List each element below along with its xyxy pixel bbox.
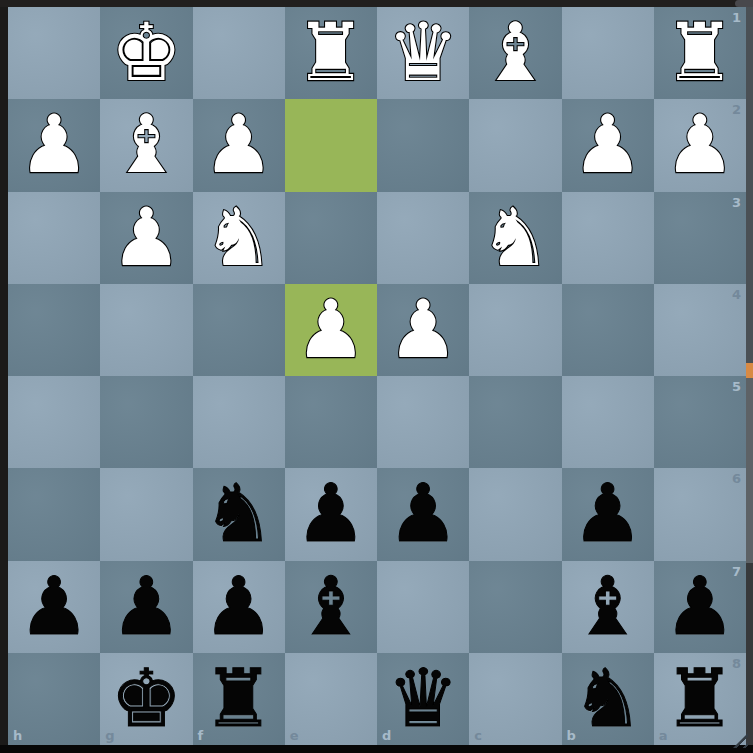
square-e5[interactable] xyxy=(285,376,377,468)
black-pawn-h7-piece[interactable]: ♟ xyxy=(18,561,90,653)
square-e3[interactable] xyxy=(285,192,377,284)
square-c7[interactable] xyxy=(469,561,561,653)
square-d6[interactable]: ♟ xyxy=(377,468,469,560)
square-g8[interactable]: ♚g xyxy=(100,653,192,745)
square-c2[interactable] xyxy=(469,99,561,191)
square-e2[interactable] xyxy=(285,99,377,191)
square-g2[interactable]: ♝ xyxy=(100,99,192,191)
file-label-c: c xyxy=(474,728,482,743)
square-d8[interactable]: ♛d xyxy=(377,653,469,745)
square-c1[interactable]: ♝ xyxy=(469,7,561,99)
square-f7[interactable]: ♟ xyxy=(193,561,285,653)
black-pawn-a7-piece[interactable]: ♟ xyxy=(664,561,736,653)
scrollbar-thumb[interactable] xyxy=(746,378,753,563)
white-queen-d1-piece[interactable]: ♛ xyxy=(387,7,459,99)
white-rook-a1-piece[interactable]: ♜ xyxy=(664,7,736,99)
black-knight-b8-piece[interactable]: ♞ xyxy=(572,653,644,745)
square-f5[interactable] xyxy=(193,376,285,468)
white-bishop-g2-piece[interactable]: ♝ xyxy=(111,99,183,191)
window-bottom-bar xyxy=(0,745,753,753)
square-b5[interactable] xyxy=(562,376,654,468)
square-a3[interactable]: 3 xyxy=(654,192,746,284)
rank-label-5: 5 xyxy=(732,379,741,394)
square-h1[interactable] xyxy=(8,7,100,99)
scrollbar-track-upper xyxy=(746,7,753,363)
square-g4[interactable] xyxy=(100,284,192,376)
white-pawn-a2-piece[interactable]: ♟ xyxy=(664,99,736,191)
square-h5[interactable] xyxy=(8,376,100,468)
window-left-border xyxy=(0,7,8,745)
black-pawn-e6-piece[interactable]: ♟ xyxy=(295,468,367,560)
file-label-h: h xyxy=(13,728,22,743)
white-king-g1-piece[interactable]: ♚ xyxy=(111,7,183,99)
black-king-g8-piece[interactable]: ♚ xyxy=(111,653,183,745)
square-d2[interactable] xyxy=(377,99,469,191)
square-b3[interactable] xyxy=(562,192,654,284)
square-g5[interactable] xyxy=(100,376,192,468)
white-pawn-f2-piece[interactable]: ♟ xyxy=(203,99,275,191)
black-pawn-d6-piece[interactable]: ♟ xyxy=(387,468,459,560)
square-h4[interactable] xyxy=(8,284,100,376)
square-g7[interactable]: ♟ xyxy=(100,561,192,653)
black-bishop-e7-piece[interactable]: ♝ xyxy=(295,561,367,653)
black-pawn-b6-piece[interactable]: ♟ xyxy=(572,468,644,560)
black-rook-f8-piece[interactable]: ♜ xyxy=(203,653,275,745)
square-f1[interactable] xyxy=(193,7,285,99)
square-a5[interactable]: 5 xyxy=(654,376,746,468)
black-rook-a8-piece[interactable]: ♜ xyxy=(664,653,736,745)
square-a2[interactable]: ♟2 xyxy=(654,99,746,191)
square-h7[interactable]: ♟ xyxy=(8,561,100,653)
square-b7[interactable]: ♝ xyxy=(562,561,654,653)
black-knight-f6-piece[interactable]: ♞ xyxy=(203,468,275,560)
white-pawn-h2-piece[interactable]: ♟ xyxy=(18,99,90,191)
square-e1[interactable]: ♜ xyxy=(285,7,377,99)
square-g6[interactable] xyxy=(100,468,192,560)
scrollbar-track[interactable] xyxy=(746,7,753,745)
rank-label-4: 4 xyxy=(732,287,741,302)
square-c5[interactable] xyxy=(469,376,561,468)
square-b6[interactable]: ♟ xyxy=(562,468,654,560)
square-b8[interactable]: ♞b xyxy=(562,653,654,745)
square-h8[interactable]: h xyxy=(8,653,100,745)
square-a8[interactable]: ♜a8 xyxy=(654,653,746,745)
square-d4[interactable]: ♟ xyxy=(377,284,469,376)
white-knight-c3-piece[interactable]: ♞ xyxy=(480,192,552,284)
white-pawn-b2-piece[interactable]: ♟ xyxy=(572,99,644,191)
square-g1[interactable]: ♚ xyxy=(100,7,192,99)
black-queen-d8-piece[interactable]: ♛ xyxy=(387,653,459,745)
square-a4[interactable]: 4 xyxy=(654,284,746,376)
square-h3[interactable] xyxy=(8,192,100,284)
white-rook-e1-piece[interactable]: ♜ xyxy=(295,7,367,99)
square-d7[interactable] xyxy=(377,561,469,653)
square-e7[interactable]: ♝ xyxy=(285,561,377,653)
square-f8[interactable]: ♜f xyxy=(193,653,285,745)
square-e4[interactable]: ♟ xyxy=(285,284,377,376)
square-a6[interactable]: 6 xyxy=(654,468,746,560)
square-d3[interactable] xyxy=(377,192,469,284)
white-pawn-e4-piece[interactable]: ♟ xyxy=(295,284,367,376)
square-c4[interactable] xyxy=(469,284,561,376)
square-b2[interactable]: ♟ xyxy=(562,99,654,191)
white-bishop-c1-piece[interactable]: ♝ xyxy=(480,7,552,99)
square-h2[interactable]: ♟ xyxy=(8,99,100,191)
square-d1[interactable]: ♛ xyxy=(377,7,469,99)
white-pawn-g3-piece[interactable]: ♟ xyxy=(111,192,183,284)
white-pawn-d4-piece[interactable]: ♟ xyxy=(387,284,459,376)
square-f3[interactable]: ♞ xyxy=(193,192,285,284)
rank-label-3: 3 xyxy=(732,195,741,210)
square-b4[interactable] xyxy=(562,284,654,376)
window-top-bar xyxy=(0,0,753,7)
square-d5[interactable] xyxy=(377,376,469,468)
black-bishop-b7-piece[interactable]: ♝ xyxy=(572,561,644,653)
square-c8[interactable]: c xyxy=(469,653,561,745)
square-f2[interactable]: ♟ xyxy=(193,99,285,191)
square-c6[interactable] xyxy=(469,468,561,560)
scrollbar-orange-marker[interactable] xyxy=(746,363,753,378)
scrollbar-track-lower xyxy=(746,563,753,745)
file-label-e: e xyxy=(290,728,299,743)
square-a1[interactable]: ♜1 xyxy=(654,7,746,99)
square-g3[interactable]: ♟ xyxy=(100,192,192,284)
square-e8[interactable]: e xyxy=(285,653,377,745)
rank-label-6: 6 xyxy=(732,471,741,486)
square-h6[interactable] xyxy=(8,468,100,560)
square-a7[interactable]: ♟7 xyxy=(654,561,746,653)
black-pawn-g7-piece[interactable]: ♟ xyxy=(111,561,183,653)
black-pawn-f7-piece[interactable]: ♟ xyxy=(203,561,275,653)
white-knight-f3-piece[interactable]: ♞ xyxy=(203,192,275,284)
square-f4[interactable] xyxy=(193,284,285,376)
square-e6[interactable]: ♟ xyxy=(285,468,377,560)
chess-board: ♚♜♛♝♜1♟♝♟♟♟2♟♞♞3♟♟45♞♟♟♟6♟♟♟♝♝♟7h♚g♜fe♛d… xyxy=(8,7,746,745)
square-f6[interactable]: ♞ xyxy=(193,468,285,560)
scrollbar-top-cap xyxy=(735,0,753,7)
square-b1[interactable] xyxy=(562,7,654,99)
square-c3[interactable]: ♞ xyxy=(469,192,561,284)
